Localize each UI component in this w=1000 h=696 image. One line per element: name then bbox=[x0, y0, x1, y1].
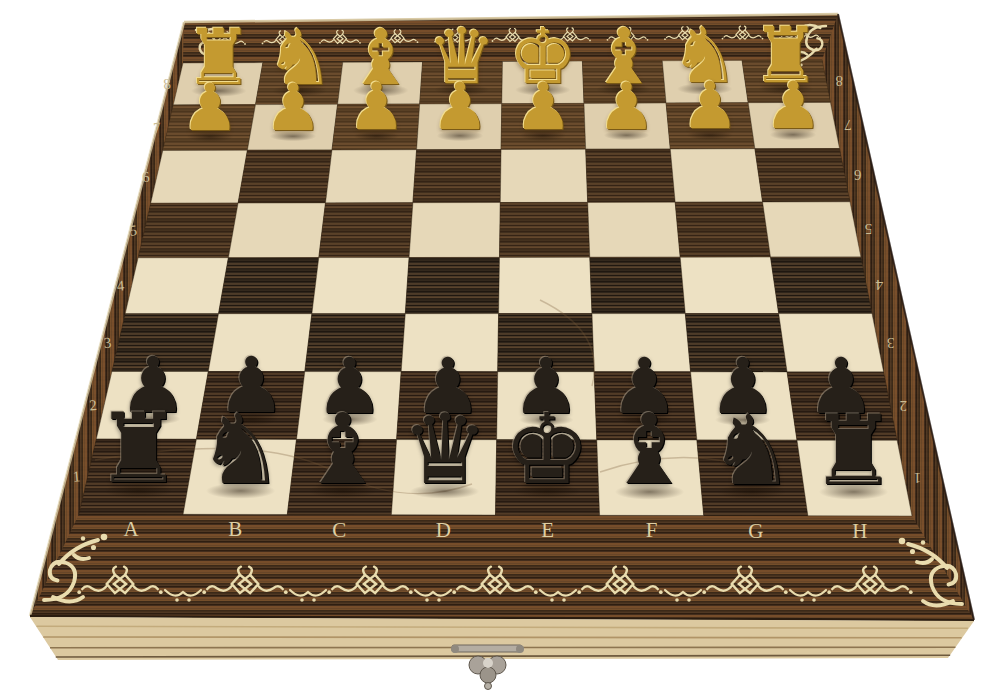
file-label-H: H bbox=[852, 519, 867, 543]
clasp-end-left bbox=[451, 645, 459, 653]
file-label-B: B bbox=[228, 517, 242, 541]
pawn-glyph: ♟ bbox=[347, 77, 405, 139]
square-a4[interactable] bbox=[125, 258, 228, 314]
board-front-edge bbox=[30, 617, 974, 660]
clasp-pendant bbox=[480, 667, 496, 683]
king-glyph: ♚ bbox=[504, 404, 591, 496]
square-tint bbox=[151, 150, 248, 203]
piece-black-pawn-e7[interactable]: ♟ bbox=[514, 76, 572, 138]
knight-glyph: ♞ bbox=[708, 404, 795, 496]
square-tint bbox=[755, 149, 850, 203]
pawn-glyph: ♟ bbox=[264, 77, 322, 139]
pawn-glyph: ♟ bbox=[681, 76, 739, 138]
pawn-glyph: ♟ bbox=[431, 76, 489, 138]
file-label-C: C bbox=[332, 518, 346, 542]
pawn-glyph: ♟ bbox=[764, 75, 822, 137]
square-b4[interactable] bbox=[219, 258, 319, 314]
file-label-F: F bbox=[646, 518, 658, 542]
piece-black-pawn-g7[interactable]: ♟ bbox=[681, 76, 739, 138]
queen-glyph: ♛ bbox=[402, 404, 489, 496]
piece-white-king-e1[interactable]: ♚ bbox=[504, 404, 591, 496]
square-tint bbox=[228, 203, 325, 258]
piece-black-pawn-a7[interactable]: ♟ bbox=[181, 77, 239, 139]
pawn-glyph: ♟ bbox=[181, 77, 239, 139]
square-tint bbox=[238, 150, 332, 203]
file-label-A: A bbox=[123, 517, 139, 541]
rank-label-right-1: 1 bbox=[914, 470, 922, 486]
square-tint bbox=[413, 150, 501, 203]
rank-label-left-5: 5 bbox=[129, 222, 138, 239]
clasp-end-right bbox=[516, 645, 524, 653]
clasp-bar bbox=[452, 645, 522, 652]
piece-black-pawn-b7[interactable]: ♟ bbox=[264, 77, 322, 139]
clasp-latch bbox=[451, 645, 524, 690]
rank-label-right-7: 7 bbox=[844, 117, 852, 133]
square-tint bbox=[319, 203, 413, 258]
piece-black-pawn-f7[interactable]: ♟ bbox=[597, 76, 655, 138]
rook-glyph: ♜ bbox=[810, 405, 897, 497]
square-g4[interactable] bbox=[680, 257, 779, 314]
pawn-glyph: ♟ bbox=[597, 76, 655, 138]
piece-white-knight-b1[interactable]: ♞ bbox=[197, 403, 284, 495]
knight-glyph: ♞ bbox=[197, 403, 284, 495]
square-tint bbox=[409, 203, 500, 258]
piece-white-queen-d1[interactable]: ♛ bbox=[402, 404, 489, 496]
rank-label-left-1: 1 bbox=[72, 468, 81, 485]
square-tint bbox=[500, 149, 587, 202]
file-label-E: E bbox=[541, 518, 554, 542]
piece-white-knight-g1[interactable]: ♞ bbox=[708, 404, 795, 496]
square-tint bbox=[138, 203, 238, 258]
bishop-glyph: ♝ bbox=[299, 404, 386, 496]
rank-label-right-4: 4 bbox=[875, 277, 883, 293]
pawn-glyph: ♟ bbox=[514, 76, 572, 138]
piece-white-bishop-f1[interactable]: ♝ bbox=[606, 404, 693, 496]
rank-label-right-2: 2 bbox=[900, 398, 908, 414]
edge-lamination-line bbox=[43, 637, 961, 638]
rank-label-right-8: 8 bbox=[835, 73, 843, 89]
rank-label-right-5: 5 bbox=[865, 221, 873, 237]
piece-white-rook-a1[interactable]: ♜ bbox=[95, 403, 182, 495]
square-f4[interactable] bbox=[590, 257, 686, 313]
chessboard-photo: ABCDEFGH8877665544332211 ♜♞♝♛♚♝♞♜♟♟♟♟♟♟♟… bbox=[0, 0, 1000, 696]
rank-label-right-3: 3 bbox=[887, 335, 895, 351]
square-e4[interactable] bbox=[499, 257, 592, 313]
square-d4[interactable] bbox=[405, 257, 499, 313]
clasp-knob bbox=[485, 683, 492, 690]
file-label-D: D bbox=[436, 518, 451, 542]
square-tint bbox=[763, 202, 861, 257]
square-tint bbox=[588, 202, 681, 257]
piece-black-pawn-d7[interactable]: ♟ bbox=[431, 76, 489, 138]
square-tint bbox=[586, 149, 676, 202]
file-label-G: G bbox=[748, 519, 763, 543]
rank-label-left-8: 8 bbox=[163, 76, 172, 93]
square-tint bbox=[675, 202, 770, 257]
square-tint bbox=[500, 202, 590, 257]
square-tint bbox=[326, 150, 417, 203]
piece-black-pawn-h7[interactable]: ♟ bbox=[764, 75, 822, 137]
clasp-jewel bbox=[483, 658, 493, 668]
piece-white-rook-h1[interactable]: ♜ bbox=[810, 405, 897, 497]
bishop-glyph: ♝ bbox=[606, 404, 693, 496]
rook-glyph: ♜ bbox=[95, 403, 182, 495]
square-c4[interactable] bbox=[312, 258, 409, 314]
square-h4[interactable] bbox=[771, 257, 873, 314]
rank-label-left-3: 3 bbox=[103, 334, 112, 351]
piece-white-bishop-c1[interactable]: ♝ bbox=[299, 404, 386, 496]
piece-black-pawn-c7[interactable]: ♟ bbox=[347, 77, 405, 139]
square-tint bbox=[670, 149, 762, 203]
rank-label-right-6: 6 bbox=[853, 167, 861, 183]
